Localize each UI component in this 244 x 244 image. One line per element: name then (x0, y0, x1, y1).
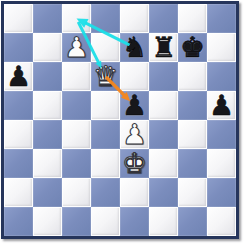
square-a4[interactable] (4, 120, 33, 149)
square-b8[interactable] (33, 4, 62, 33)
square-g5[interactable] (178, 91, 207, 120)
square-c7[interactable]: ♟ (62, 33, 91, 62)
square-d2[interactable] (91, 178, 120, 207)
square-a3[interactable] (4, 149, 33, 178)
square-b7[interactable] (33, 33, 62, 62)
square-b5[interactable] (33, 91, 62, 120)
square-h5[interactable]: ♟ (207, 91, 236, 120)
square-e5[interactable]: ♟ (120, 91, 149, 120)
square-f2[interactable] (149, 178, 178, 207)
square-f8[interactable] (149, 4, 178, 33)
square-a2[interactable] (4, 178, 33, 207)
square-h4[interactable] (207, 120, 236, 149)
piece-white-pawn-c7[interactable]: ♟ (62, 33, 91, 62)
square-f4[interactable] (149, 120, 178, 149)
screenshot-canvas: ♟♞♜♚♟♛♟♟♟♚ (0, 0, 244, 244)
square-g7[interactable]: ♚ (178, 33, 207, 62)
square-e1[interactable] (120, 207, 149, 236)
square-h6[interactable] (207, 62, 236, 91)
square-d6[interactable]: ♛ (91, 62, 120, 91)
square-g2[interactable] (178, 178, 207, 207)
square-e3[interactable]: ♚ (120, 149, 149, 178)
chess-board-frame: ♟♞♜♚♟♛♟♟♟♚ (1, 1, 239, 239)
square-g6[interactable] (178, 62, 207, 91)
square-g1[interactable] (178, 207, 207, 236)
square-h3[interactable] (207, 149, 236, 178)
square-h2[interactable] (207, 178, 236, 207)
square-a6[interactable]: ♟ (4, 62, 33, 91)
piece-white-queen-d6[interactable]: ♛ (91, 62, 120, 91)
square-c2[interactable] (62, 178, 91, 207)
square-b3[interactable] (33, 149, 62, 178)
square-b2[interactable] (33, 178, 62, 207)
piece-black-rook-f7[interactable]: ♜ (149, 33, 178, 62)
square-e8[interactable] (120, 4, 149, 33)
piece-black-king-g7[interactable]: ♚ (178, 33, 207, 62)
piece-black-pawn-h5[interactable]: ♟ (207, 91, 236, 120)
square-a8[interactable] (4, 4, 33, 33)
chess-board: ♟♞♜♚♟♛♟♟♟♚ (4, 4, 236, 236)
square-d8[interactable] (91, 4, 120, 33)
square-c3[interactable] (62, 149, 91, 178)
piece-black-pawn-a6[interactable]: ♟ (4, 62, 33, 91)
square-h1[interactable] (207, 207, 236, 236)
piece-white-king-e3[interactable]: ♚ (120, 149, 149, 178)
square-b4[interactable] (33, 120, 62, 149)
square-g4[interactable] (178, 120, 207, 149)
square-f1[interactable] (149, 207, 178, 236)
square-h8[interactable] (207, 4, 236, 33)
square-f7[interactable]: ♜ (149, 33, 178, 62)
square-a5[interactable] (4, 91, 33, 120)
square-b1[interactable] (33, 207, 62, 236)
square-g3[interactable] (178, 149, 207, 178)
square-f5[interactable] (149, 91, 178, 120)
square-e7[interactable]: ♞ (120, 33, 149, 62)
square-e2[interactable] (120, 178, 149, 207)
square-b6[interactable] (33, 62, 62, 91)
square-h7[interactable] (207, 33, 236, 62)
square-d5[interactable] (91, 91, 120, 120)
square-d1[interactable] (91, 207, 120, 236)
square-a1[interactable] (4, 207, 33, 236)
square-f6[interactable] (149, 62, 178, 91)
square-e6[interactable] (120, 62, 149, 91)
square-d4[interactable] (91, 120, 120, 149)
piece-black-knight-e7[interactable]: ♞ (120, 33, 149, 62)
square-f3[interactable] (149, 149, 178, 178)
piece-black-pawn-e5[interactable]: ♟ (120, 91, 149, 120)
square-c1[interactable] (62, 207, 91, 236)
square-d7[interactable] (91, 33, 120, 62)
square-d3[interactable] (91, 149, 120, 178)
square-c5[interactable] (62, 91, 91, 120)
square-c8[interactable] (62, 4, 91, 33)
square-c6[interactable] (62, 62, 91, 91)
square-a7[interactable] (4, 33, 33, 62)
piece-white-pawn-e4[interactable]: ♟ (120, 120, 149, 149)
square-g8[interactable] (178, 4, 207, 33)
square-c4[interactable] (62, 120, 91, 149)
square-e4[interactable]: ♟ (120, 120, 149, 149)
